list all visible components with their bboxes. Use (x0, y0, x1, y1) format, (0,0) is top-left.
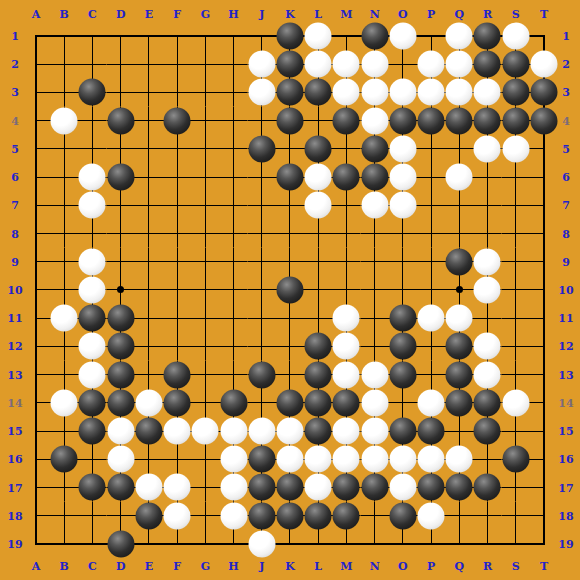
intersection-L18[interactable] (304, 502, 332, 530)
intersection-T8[interactable] (530, 219, 558, 247)
intersection-P8[interactable] (417, 219, 445, 247)
intersection-C14[interactable] (78, 389, 106, 417)
intersection-F3[interactable] (163, 78, 191, 106)
intersection-D4[interactable] (107, 107, 135, 135)
intersection-B14[interactable] (50, 389, 78, 417)
intersection-B3[interactable] (50, 78, 78, 106)
intersection-B8[interactable] (50, 219, 78, 247)
intersection-L1[interactable] (304, 22, 332, 50)
intersection-E3[interactable] (135, 78, 163, 106)
intersection-H16[interactable] (219, 445, 247, 473)
intersection-O3[interactable] (389, 78, 417, 106)
intersection-G15[interactable] (191, 417, 219, 445)
intersection-M19[interactable] (332, 530, 360, 558)
intersection-N14[interactable] (361, 389, 389, 417)
intersection-B2[interactable] (50, 50, 78, 78)
intersection-D1[interactable] (107, 22, 135, 50)
intersection-C3[interactable] (78, 78, 106, 106)
intersection-Q17[interactable] (445, 473, 473, 501)
intersection-F1[interactable] (163, 22, 191, 50)
intersection-C18[interactable] (78, 502, 106, 530)
intersection-H12[interactable] (219, 332, 247, 360)
intersection-M10[interactable] (332, 276, 360, 304)
intersection-F10[interactable] (163, 276, 191, 304)
intersection-A4[interactable] (22, 107, 50, 135)
intersection-C19[interactable] (78, 530, 106, 558)
intersection-Q11[interactable] (445, 304, 473, 332)
intersection-Q13[interactable] (445, 361, 473, 389)
intersection-K16[interactable] (276, 445, 304, 473)
intersection-F16[interactable] (163, 445, 191, 473)
intersection-L16[interactable] (304, 445, 332, 473)
intersection-N2[interactable] (361, 50, 389, 78)
intersection-Q9[interactable] (445, 248, 473, 276)
intersection-C4[interactable] (78, 107, 106, 135)
intersection-F5[interactable] (163, 135, 191, 163)
intersection-D10[interactable] (107, 276, 135, 304)
intersection-A2[interactable] (22, 50, 50, 78)
intersection-M12[interactable] (332, 332, 360, 360)
intersection-N12[interactable] (361, 332, 389, 360)
intersection-T12[interactable] (530, 332, 558, 360)
intersection-F18[interactable] (163, 502, 191, 530)
intersection-N11[interactable] (361, 304, 389, 332)
intersection-A6[interactable] (22, 163, 50, 191)
intersection-A13[interactable] (22, 361, 50, 389)
intersection-N8[interactable] (361, 219, 389, 247)
intersection-L8[interactable] (304, 219, 332, 247)
intersection-K4[interactable] (276, 107, 304, 135)
intersection-T15[interactable] (530, 417, 558, 445)
intersection-F12[interactable] (163, 332, 191, 360)
intersection-P3[interactable] (417, 78, 445, 106)
intersection-H8[interactable] (219, 219, 247, 247)
intersection-K10[interactable] (276, 276, 304, 304)
intersection-Q16[interactable] (445, 445, 473, 473)
intersection-K9[interactable] (276, 248, 304, 276)
intersection-G9[interactable] (191, 248, 219, 276)
intersection-R16[interactable] (473, 445, 501, 473)
intersection-T17[interactable] (530, 473, 558, 501)
intersection-H10[interactable] (219, 276, 247, 304)
intersection-B11[interactable] (50, 304, 78, 332)
intersection-E10[interactable] (135, 276, 163, 304)
intersection-A18[interactable] (22, 502, 50, 530)
intersection-L6[interactable] (304, 163, 332, 191)
intersection-C5[interactable] (78, 135, 106, 163)
intersection-P1[interactable] (417, 22, 445, 50)
intersection-B1[interactable] (50, 22, 78, 50)
intersection-F15[interactable] (163, 417, 191, 445)
intersection-E2[interactable] (135, 50, 163, 78)
intersection-A15[interactable] (22, 417, 50, 445)
intersection-N7[interactable] (361, 191, 389, 219)
intersection-G6[interactable] (191, 163, 219, 191)
intersection-O5[interactable] (389, 135, 417, 163)
intersection-J3[interactable] (248, 78, 276, 106)
intersection-A12[interactable] (22, 332, 50, 360)
intersection-C8[interactable] (78, 219, 106, 247)
intersection-K11[interactable] (276, 304, 304, 332)
intersection-L4[interactable] (304, 107, 332, 135)
intersection-N15[interactable] (361, 417, 389, 445)
intersection-S19[interactable] (502, 530, 530, 558)
intersection-E1[interactable] (135, 22, 163, 50)
intersection-H4[interactable] (219, 107, 247, 135)
intersection-R9[interactable] (473, 248, 501, 276)
intersection-A5[interactable] (22, 135, 50, 163)
intersection-O1[interactable] (389, 22, 417, 50)
intersection-G2[interactable] (191, 50, 219, 78)
intersection-B7[interactable] (50, 191, 78, 219)
intersection-Q18[interactable] (445, 502, 473, 530)
intersection-H3[interactable] (219, 78, 247, 106)
intersection-K5[interactable] (276, 135, 304, 163)
intersection-R3[interactable] (473, 78, 501, 106)
intersection-D13[interactable] (107, 361, 135, 389)
intersection-G17[interactable] (191, 473, 219, 501)
intersection-O9[interactable] (389, 248, 417, 276)
intersection-C6[interactable] (78, 163, 106, 191)
intersection-H5[interactable] (219, 135, 247, 163)
intersection-S6[interactable] (502, 163, 530, 191)
intersection-R7[interactable] (473, 191, 501, 219)
intersection-P7[interactable] (417, 191, 445, 219)
intersection-G10[interactable] (191, 276, 219, 304)
intersection-O4[interactable] (389, 107, 417, 135)
intersection-O8[interactable] (389, 219, 417, 247)
intersection-T9[interactable] (530, 248, 558, 276)
intersection-H1[interactable] (219, 22, 247, 50)
intersection-M17[interactable] (332, 473, 360, 501)
intersection-D17[interactable] (107, 473, 135, 501)
intersection-S13[interactable] (502, 361, 530, 389)
intersection-Q7[interactable] (445, 191, 473, 219)
intersection-E8[interactable] (135, 219, 163, 247)
intersection-D15[interactable] (107, 417, 135, 445)
intersection-F11[interactable] (163, 304, 191, 332)
intersection-C10[interactable] (78, 276, 106, 304)
intersection-K12[interactable] (276, 332, 304, 360)
intersection-O12[interactable] (389, 332, 417, 360)
intersection-O16[interactable] (389, 445, 417, 473)
intersection-J7[interactable] (248, 191, 276, 219)
intersection-E19[interactable] (135, 530, 163, 558)
intersection-J6[interactable] (248, 163, 276, 191)
intersection-K18[interactable] (276, 502, 304, 530)
intersection-K8[interactable] (276, 219, 304, 247)
intersection-P17[interactable] (417, 473, 445, 501)
intersection-M8[interactable] (332, 219, 360, 247)
intersection-L19[interactable] (304, 530, 332, 558)
intersection-K14[interactable] (276, 389, 304, 417)
intersection-B13[interactable] (50, 361, 78, 389)
intersection-E7[interactable] (135, 191, 163, 219)
intersection-E4[interactable] (135, 107, 163, 135)
intersection-N17[interactable] (361, 473, 389, 501)
intersection-L3[interactable] (304, 78, 332, 106)
intersection-E16[interactable] (135, 445, 163, 473)
intersection-P9[interactable] (417, 248, 445, 276)
intersection-S15[interactable] (502, 417, 530, 445)
intersection-D3[interactable] (107, 78, 135, 106)
intersection-N10[interactable] (361, 276, 389, 304)
intersection-B19[interactable] (50, 530, 78, 558)
intersection-G13[interactable] (191, 361, 219, 389)
intersection-F7[interactable] (163, 191, 191, 219)
intersection-C15[interactable] (78, 417, 106, 445)
intersection-M11[interactable] (332, 304, 360, 332)
intersection-E6[interactable] (135, 163, 163, 191)
intersection-Q3[interactable] (445, 78, 473, 106)
intersection-F6[interactable] (163, 163, 191, 191)
intersection-G19[interactable] (191, 530, 219, 558)
intersection-C7[interactable] (78, 191, 106, 219)
intersection-S9[interactable] (502, 248, 530, 276)
intersection-P19[interactable] (417, 530, 445, 558)
intersection-F2[interactable] (163, 50, 191, 78)
intersection-J19[interactable] (248, 530, 276, 558)
intersection-H15[interactable] (219, 417, 247, 445)
intersection-M4[interactable] (332, 107, 360, 135)
intersection-K15[interactable] (276, 417, 304, 445)
intersection-S18[interactable] (502, 502, 530, 530)
intersection-O10[interactable] (389, 276, 417, 304)
intersection-O2[interactable] (389, 50, 417, 78)
intersection-G12[interactable] (191, 332, 219, 360)
intersection-R19[interactable] (473, 530, 501, 558)
intersection-M16[interactable] (332, 445, 360, 473)
intersection-Q8[interactable] (445, 219, 473, 247)
intersection-R13[interactable] (473, 361, 501, 389)
intersection-H17[interactable] (219, 473, 247, 501)
intersection-R4[interactable] (473, 107, 501, 135)
intersection-Q15[interactable] (445, 417, 473, 445)
intersection-S4[interactable] (502, 107, 530, 135)
intersection-K6[interactable] (276, 163, 304, 191)
intersection-M6[interactable] (332, 163, 360, 191)
intersection-D19[interactable] (107, 530, 135, 558)
intersection-O7[interactable] (389, 191, 417, 219)
intersection-L12[interactable] (304, 332, 332, 360)
intersection-N5[interactable] (361, 135, 389, 163)
intersection-L14[interactable] (304, 389, 332, 417)
intersection-L11[interactable] (304, 304, 332, 332)
intersection-T13[interactable] (530, 361, 558, 389)
intersection-R5[interactable] (473, 135, 501, 163)
intersection-P16[interactable] (417, 445, 445, 473)
intersection-M13[interactable] (332, 361, 360, 389)
intersection-N16[interactable] (361, 445, 389, 473)
intersection-M2[interactable] (332, 50, 360, 78)
intersection-E17[interactable] (135, 473, 163, 501)
intersection-E11[interactable] (135, 304, 163, 332)
intersection-Q4[interactable] (445, 107, 473, 135)
intersection-K2[interactable] (276, 50, 304, 78)
intersection-R8[interactable] (473, 219, 501, 247)
intersection-Q19[interactable] (445, 530, 473, 558)
intersection-P6[interactable] (417, 163, 445, 191)
intersection-P18[interactable] (417, 502, 445, 530)
intersection-D14[interactable] (107, 389, 135, 417)
intersection-C1[interactable] (78, 22, 106, 50)
intersection-N1[interactable] (361, 22, 389, 50)
intersection-H13[interactable] (219, 361, 247, 389)
intersection-M5[interactable] (332, 135, 360, 163)
intersection-N6[interactable] (361, 163, 389, 191)
intersection-A8[interactable] (22, 219, 50, 247)
intersection-T4[interactable] (530, 107, 558, 135)
intersection-A10[interactable] (22, 276, 50, 304)
intersection-Q6[interactable] (445, 163, 473, 191)
intersection-B10[interactable] (50, 276, 78, 304)
intersection-P4[interactable] (417, 107, 445, 135)
intersection-S17[interactable] (502, 473, 530, 501)
intersection-M7[interactable] (332, 191, 360, 219)
intersection-K13[interactable] (276, 361, 304, 389)
intersection-R14[interactable] (473, 389, 501, 417)
intersection-S8[interactable] (502, 219, 530, 247)
intersection-B17[interactable] (50, 473, 78, 501)
intersection-S3[interactable] (502, 78, 530, 106)
intersection-L7[interactable] (304, 191, 332, 219)
intersection-D6[interactable] (107, 163, 135, 191)
intersection-J5[interactable] (248, 135, 276, 163)
intersection-H18[interactable] (219, 502, 247, 530)
intersection-T11[interactable] (530, 304, 558, 332)
intersection-G1[interactable] (191, 22, 219, 50)
intersection-P13[interactable] (417, 361, 445, 389)
intersection-A7[interactable] (22, 191, 50, 219)
intersection-S11[interactable] (502, 304, 530, 332)
intersection-D18[interactable] (107, 502, 135, 530)
intersection-J8[interactable] (248, 219, 276, 247)
intersection-K19[interactable] (276, 530, 304, 558)
intersection-K1[interactable] (276, 22, 304, 50)
intersection-P12[interactable] (417, 332, 445, 360)
intersection-G5[interactable] (191, 135, 219, 163)
intersection-C9[interactable] (78, 248, 106, 276)
intersection-J17[interactable] (248, 473, 276, 501)
intersection-G18[interactable] (191, 502, 219, 530)
intersection-T10[interactable] (530, 276, 558, 304)
intersection-R1[interactable] (473, 22, 501, 50)
intersection-K3[interactable] (276, 78, 304, 106)
intersection-F17[interactable] (163, 473, 191, 501)
intersection-A1[interactable] (22, 22, 50, 50)
intersection-A16[interactable] (22, 445, 50, 473)
intersection-P2[interactable] (417, 50, 445, 78)
intersection-F13[interactable] (163, 361, 191, 389)
intersection-T16[interactable] (530, 445, 558, 473)
intersection-L13[interactable] (304, 361, 332, 389)
intersection-M14[interactable] (332, 389, 360, 417)
intersection-T14[interactable] (530, 389, 558, 417)
intersection-J18[interactable] (248, 502, 276, 530)
intersection-H6[interactable] (219, 163, 247, 191)
intersection-B12[interactable] (50, 332, 78, 360)
intersection-B18[interactable] (50, 502, 78, 530)
intersection-R18[interactable] (473, 502, 501, 530)
intersection-E9[interactable] (135, 248, 163, 276)
intersection-G3[interactable] (191, 78, 219, 106)
intersection-B16[interactable] (50, 445, 78, 473)
intersection-C11[interactable] (78, 304, 106, 332)
intersection-T18[interactable] (530, 502, 558, 530)
intersection-S12[interactable] (502, 332, 530, 360)
intersection-J9[interactable] (248, 248, 276, 276)
intersection-A9[interactable] (22, 248, 50, 276)
intersection-L10[interactable] (304, 276, 332, 304)
intersection-S10[interactable] (502, 276, 530, 304)
intersection-Q2[interactable] (445, 50, 473, 78)
intersection-D16[interactable] (107, 445, 135, 473)
intersection-H11[interactable] (219, 304, 247, 332)
intersection-T2[interactable] (530, 50, 558, 78)
intersection-J1[interactable] (248, 22, 276, 50)
intersection-G16[interactable] (191, 445, 219, 473)
intersection-A14[interactable] (22, 389, 50, 417)
intersection-Q14[interactable] (445, 389, 473, 417)
intersection-G7[interactable] (191, 191, 219, 219)
intersection-D7[interactable] (107, 191, 135, 219)
intersection-E13[interactable] (135, 361, 163, 389)
intersection-P10[interactable] (417, 276, 445, 304)
intersection-P15[interactable] (417, 417, 445, 445)
intersection-D2[interactable] (107, 50, 135, 78)
intersection-B6[interactable] (50, 163, 78, 191)
intersection-D8[interactable] (107, 219, 135, 247)
intersection-Q12[interactable] (445, 332, 473, 360)
intersection-B9[interactable] (50, 248, 78, 276)
intersection-O11[interactable] (389, 304, 417, 332)
intersection-Q1[interactable] (445, 22, 473, 50)
intersection-N4[interactable] (361, 107, 389, 135)
intersection-Q10[interactable] (445, 276, 473, 304)
intersection-C17[interactable] (78, 473, 106, 501)
intersection-E14[interactable] (135, 389, 163, 417)
intersection-F4[interactable] (163, 107, 191, 135)
intersection-P11[interactable] (417, 304, 445, 332)
intersection-O13[interactable] (389, 361, 417, 389)
intersection-J14[interactable] (248, 389, 276, 417)
intersection-J2[interactable] (248, 50, 276, 78)
intersection-G14[interactable] (191, 389, 219, 417)
intersection-H2[interactable] (219, 50, 247, 78)
intersection-M3[interactable] (332, 78, 360, 106)
intersection-J11[interactable] (248, 304, 276, 332)
intersection-C2[interactable] (78, 50, 106, 78)
intersection-L9[interactable] (304, 248, 332, 276)
intersection-R2[interactable] (473, 50, 501, 78)
intersection-H9[interactable] (219, 248, 247, 276)
intersection-T1[interactable] (530, 22, 558, 50)
intersection-J10[interactable] (248, 276, 276, 304)
intersection-J4[interactable] (248, 107, 276, 135)
intersection-O6[interactable] (389, 163, 417, 191)
intersection-L2[interactable] (304, 50, 332, 78)
intersection-P14[interactable] (417, 389, 445, 417)
intersection-T7[interactable] (530, 191, 558, 219)
intersection-D5[interactable] (107, 135, 135, 163)
intersection-M1[interactable] (332, 22, 360, 50)
intersection-S5[interactable] (502, 135, 530, 163)
intersection-M15[interactable] (332, 417, 360, 445)
intersection-A3[interactable] (22, 78, 50, 106)
intersection-Q5[interactable] (445, 135, 473, 163)
intersection-D9[interactable] (107, 248, 135, 276)
intersection-T19[interactable] (530, 530, 558, 558)
